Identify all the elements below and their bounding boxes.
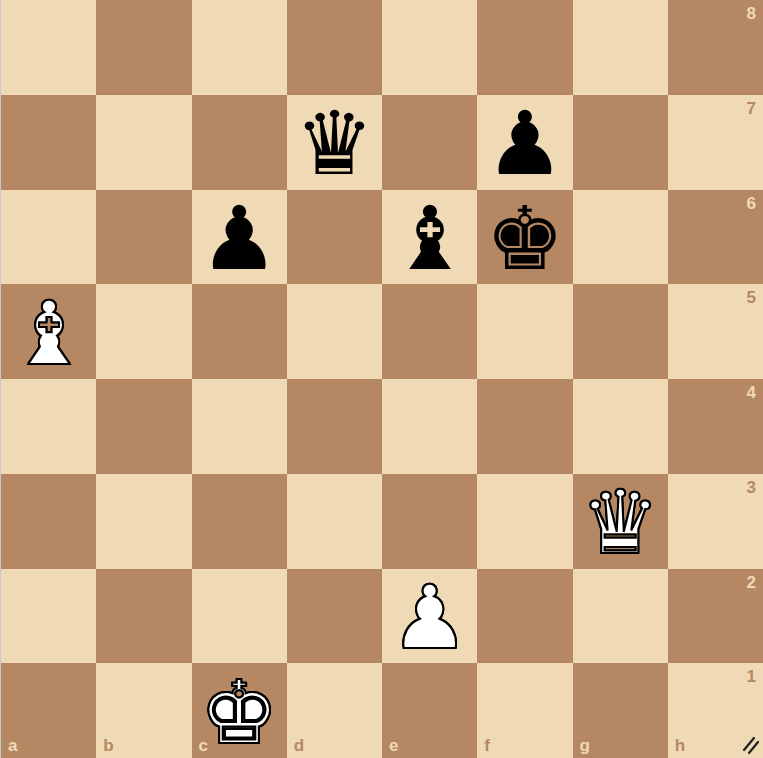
rank-label-7: 7: [747, 100, 756, 117]
square-a8[interactable]: [1, 0, 96, 95]
file-label-d: d: [294, 737, 304, 754]
rank-label-6: 6: [747, 195, 756, 212]
piece-white-queen[interactable]: ♛: [581, 479, 660, 567]
chess-board-container: 8♛♟7♟♝♚6♝54♛3♟2abc♚defgh1: [0, 0, 763, 758]
square-a3[interactable]: [1, 474, 96, 569]
square-b4[interactable]: [96, 379, 191, 474]
square-e1[interactable]: e: [382, 663, 477, 758]
square-c1[interactable]: c♚: [192, 663, 287, 758]
file-label-a: a: [8, 737, 17, 754]
square-h6[interactable]: 6: [668, 190, 763, 285]
square-a2[interactable]: [1, 569, 96, 664]
square-c5[interactable]: [192, 284, 287, 379]
square-b5[interactable]: [96, 284, 191, 379]
square-b7[interactable]: [96, 95, 191, 190]
piece-black-pawn[interactable]: ♟: [485, 100, 564, 188]
square-a6[interactable]: [1, 190, 96, 285]
piece-black-king[interactable]: ♚: [485, 195, 564, 283]
rank-label-2: 2: [747, 574, 756, 591]
square-e4[interactable]: [382, 379, 477, 474]
square-e3[interactable]: [382, 474, 477, 569]
square-c7[interactable]: [192, 95, 287, 190]
square-c2[interactable]: [192, 569, 287, 664]
square-d5[interactable]: [287, 284, 382, 379]
square-a5[interactable]: ♝: [1, 284, 96, 379]
square-g6[interactable]: [573, 190, 668, 285]
square-b8[interactable]: [96, 0, 191, 95]
square-f8[interactable]: [477, 0, 572, 95]
square-c6[interactable]: ♟: [192, 190, 287, 285]
square-d7[interactable]: ♛: [287, 95, 382, 190]
square-h2[interactable]: 2: [668, 569, 763, 664]
square-g4[interactable]: [573, 379, 668, 474]
piece-white-king[interactable]: ♚: [200, 669, 279, 757]
square-a1[interactable]: a: [1, 663, 96, 758]
square-a7[interactable]: [1, 95, 96, 190]
square-c4[interactable]: [192, 379, 287, 474]
square-g7[interactable]: [573, 95, 668, 190]
piece-black-bishop[interactable]: ♝: [390, 195, 469, 283]
square-f6[interactable]: ♚: [477, 190, 572, 285]
square-e7[interactable]: [382, 95, 477, 190]
square-g2[interactable]: [573, 569, 668, 664]
square-d4[interactable]: [287, 379, 382, 474]
rank-label-1: 1: [747, 668, 756, 685]
file-label-h: h: [675, 737, 685, 754]
square-e8[interactable]: [382, 0, 477, 95]
file-label-f: f: [484, 737, 490, 754]
square-h5[interactable]: 5: [668, 284, 763, 379]
square-c8[interactable]: [192, 0, 287, 95]
piece-white-pawn[interactable]: ♟: [390, 574, 469, 662]
rank-label-4: 4: [747, 384, 756, 401]
square-a4[interactable]: [1, 379, 96, 474]
square-h3[interactable]: 3: [668, 474, 763, 569]
square-b1[interactable]: b: [96, 663, 191, 758]
square-d8[interactable]: [287, 0, 382, 95]
square-e2[interactable]: ♟: [382, 569, 477, 664]
square-f1[interactable]: f: [477, 663, 572, 758]
square-h4[interactable]: 4: [668, 379, 763, 474]
square-b3[interactable]: [96, 474, 191, 569]
square-f7[interactable]: ♟: [477, 95, 572, 190]
square-d2[interactable]: [287, 569, 382, 664]
square-f5[interactable]: [477, 284, 572, 379]
square-g5[interactable]: [573, 284, 668, 379]
file-label-g: g: [580, 737, 590, 754]
piece-black-pawn[interactable]: ♟: [200, 195, 279, 283]
square-f4[interactable]: [477, 379, 572, 474]
square-c3[interactable]: [192, 474, 287, 569]
rank-label-5: 5: [747, 289, 756, 306]
chess-board: 8♛♟7♟♝♚6♝54♛3♟2abc♚defgh1: [1, 0, 763, 758]
square-g1[interactable]: g: [573, 663, 668, 758]
square-g3[interactable]: ♛: [573, 474, 668, 569]
square-h7[interactable]: 7: [668, 95, 763, 190]
square-d1[interactable]: d: [287, 663, 382, 758]
file-label-b: b: [103, 737, 113, 754]
square-f2[interactable]: [477, 569, 572, 664]
square-b6[interactable]: [96, 190, 191, 285]
file-label-e: e: [389, 737, 398, 754]
square-f3[interactable]: [477, 474, 572, 569]
square-g8[interactable]: [573, 0, 668, 95]
board-resize-handle-icon[interactable]: [741, 736, 761, 756]
piece-white-bishop[interactable]: ♝: [9, 290, 88, 378]
square-e6[interactable]: ♝: [382, 190, 477, 285]
rank-label-3: 3: [747, 479, 756, 496]
square-d3[interactable]: [287, 474, 382, 569]
piece-black-queen[interactable]: ♛: [295, 100, 374, 188]
square-d6[interactable]: [287, 190, 382, 285]
square-e5[interactable]: [382, 284, 477, 379]
square-h8[interactable]: 8: [668, 0, 763, 95]
square-b2[interactable]: [96, 569, 191, 664]
rank-label-8: 8: [747, 5, 756, 22]
